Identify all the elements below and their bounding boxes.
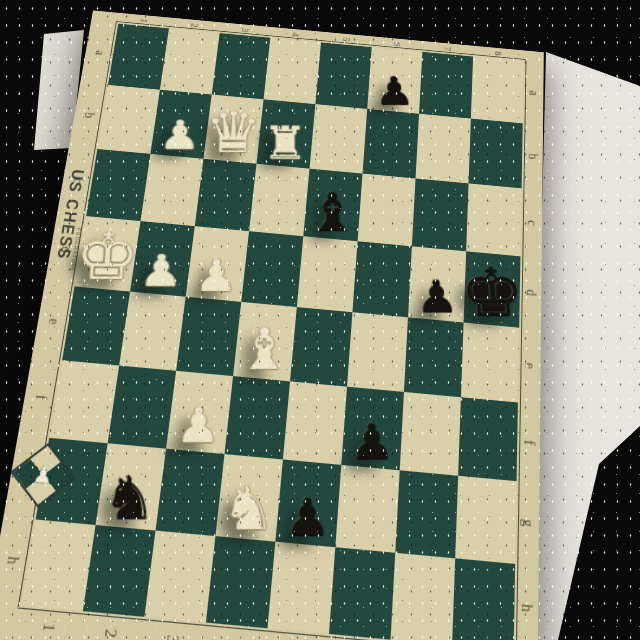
square-h8[interactable] [452, 558, 515, 640]
square-b1[interactable] [97, 85, 160, 154]
square-f6[interactable]: ♟ [341, 387, 404, 471]
square-g6[interactable] [335, 465, 399, 553]
square-b4[interactable]: ♜ [256, 99, 315, 168]
square-e7[interactable] [404, 317, 464, 397]
black-bishop-c5[interactable]: ♝ [306, 187, 359, 237]
square-h7[interactable] [391, 553, 456, 640]
square-d1[interactable]: ♚ [74, 216, 140, 291]
square-a6[interactable]: ♟ [367, 47, 422, 114]
square-b3[interactable]: ♛ [203, 95, 263, 164]
square-g2[interactable]: ♞ [96, 443, 166, 530]
square-e5[interactable] [290, 307, 352, 387]
square-g3[interactable] [156, 449, 225, 536]
square-d3[interactable]: ♟ [186, 226, 249, 302]
black-pawn-g5[interactable]: ♟ [285, 494, 331, 543]
photo-scene: 12345678 12345678 abcdefgh abcdefgh ♟♟♛♜… [0, 0, 640, 640]
square-g4[interactable]: ♞ [215, 454, 282, 542]
square-h5[interactable] [267, 542, 335, 634]
white-pawn-d3[interactable]: ♟ [194, 256, 237, 298]
square-h3[interactable] [144, 531, 215, 623]
square-e6[interactable] [347, 312, 408, 392]
square-f3[interactable]: ♟ [166, 371, 233, 454]
square-b6[interactable] [363, 109, 420, 179]
white-queen-b3[interactable]: ♛ [204, 106, 262, 160]
logo-pawn-icon: ♟ [31, 462, 54, 489]
white-bishop-e4[interactable]: ♝ [237, 322, 292, 377]
square-f4[interactable] [224, 376, 290, 459]
square-d4[interactable] [241, 231, 303, 307]
square-a1[interactable] [108, 24, 169, 90]
square-b7[interactable] [416, 114, 471, 184]
white-knight-g4[interactable]: ♞ [221, 480, 275, 537]
square-a3[interactable] [212, 33, 271, 99]
square-c2[interactable] [140, 154, 203, 226]
black-pawn-d7[interactable]: ♟ [415, 276, 460, 318]
square-d7[interactable]: ♟ [408, 246, 466, 322]
square-a7[interactable] [419, 52, 473, 119]
square-d6[interactable] [352, 241, 411, 317]
black-king-d8[interactable]: ♚ [459, 260, 527, 323]
square-h4[interactable] [206, 536, 275, 628]
square-a8[interactable] [471, 57, 524, 124]
square-c4[interactable] [249, 164, 309, 236]
square-a5[interactable] [315, 42, 371, 108]
white-pawn-f3[interactable]: ♟ [175, 403, 221, 449]
square-b2[interactable]: ♟ [150, 90, 211, 159]
white-king-d1[interactable]: ♚ [73, 225, 140, 288]
square-e3[interactable] [176, 297, 241, 376]
white-rook-b4[interactable]: ♜ [262, 121, 308, 164]
square-h6[interactable] [329, 547, 395, 639]
square-f5[interactable] [283, 381, 347, 465]
square-g7[interactable] [395, 470, 458, 558]
square-e2[interactable] [119, 292, 186, 371]
square-d8[interactable]: ♚ [464, 251, 521, 327]
square-d5[interactable] [297, 236, 358, 312]
white-pawn-b2[interactable]: ♟ [159, 116, 201, 155]
square-e8[interactable] [461, 323, 519, 403]
square-f8[interactable] [458, 397, 518, 481]
square-e4[interactable]: ♝ [233, 302, 297, 381]
black-knight-g2[interactable]: ♞ [101, 469, 157, 525]
square-h2[interactable] [83, 525, 156, 617]
square-f2[interactable] [108, 366, 176, 449]
square-c5[interactable]: ♝ [303, 169, 362, 242]
square-c7[interactable] [412, 178, 469, 251]
white-pawn-d2[interactable]: ♟ [139, 250, 183, 292]
black-pawn-f6[interactable]: ♟ [349, 419, 395, 465]
square-a4[interactable] [264, 38, 321, 104]
square-f7[interactable] [400, 392, 461, 476]
square-a2[interactable] [160, 28, 220, 94]
square-c3[interactable] [195, 159, 257, 231]
chess-board-mat: 12345678 12345678 abcdefgh abcdefgh ♟♟♛♜… [0, 10, 544, 640]
square-g5[interactable]: ♟ [275, 459, 341, 547]
square-b8[interactable] [469, 119, 523, 189]
square-c6[interactable] [358, 174, 416, 247]
square-c8[interactable] [466, 183, 521, 256]
square-c1[interactable] [86, 149, 150, 221]
square-b5[interactable] [309, 104, 367, 173]
black-pawn-a6[interactable]: ♟ [374, 73, 415, 110]
square-g8[interactable] [455, 476, 516, 564]
